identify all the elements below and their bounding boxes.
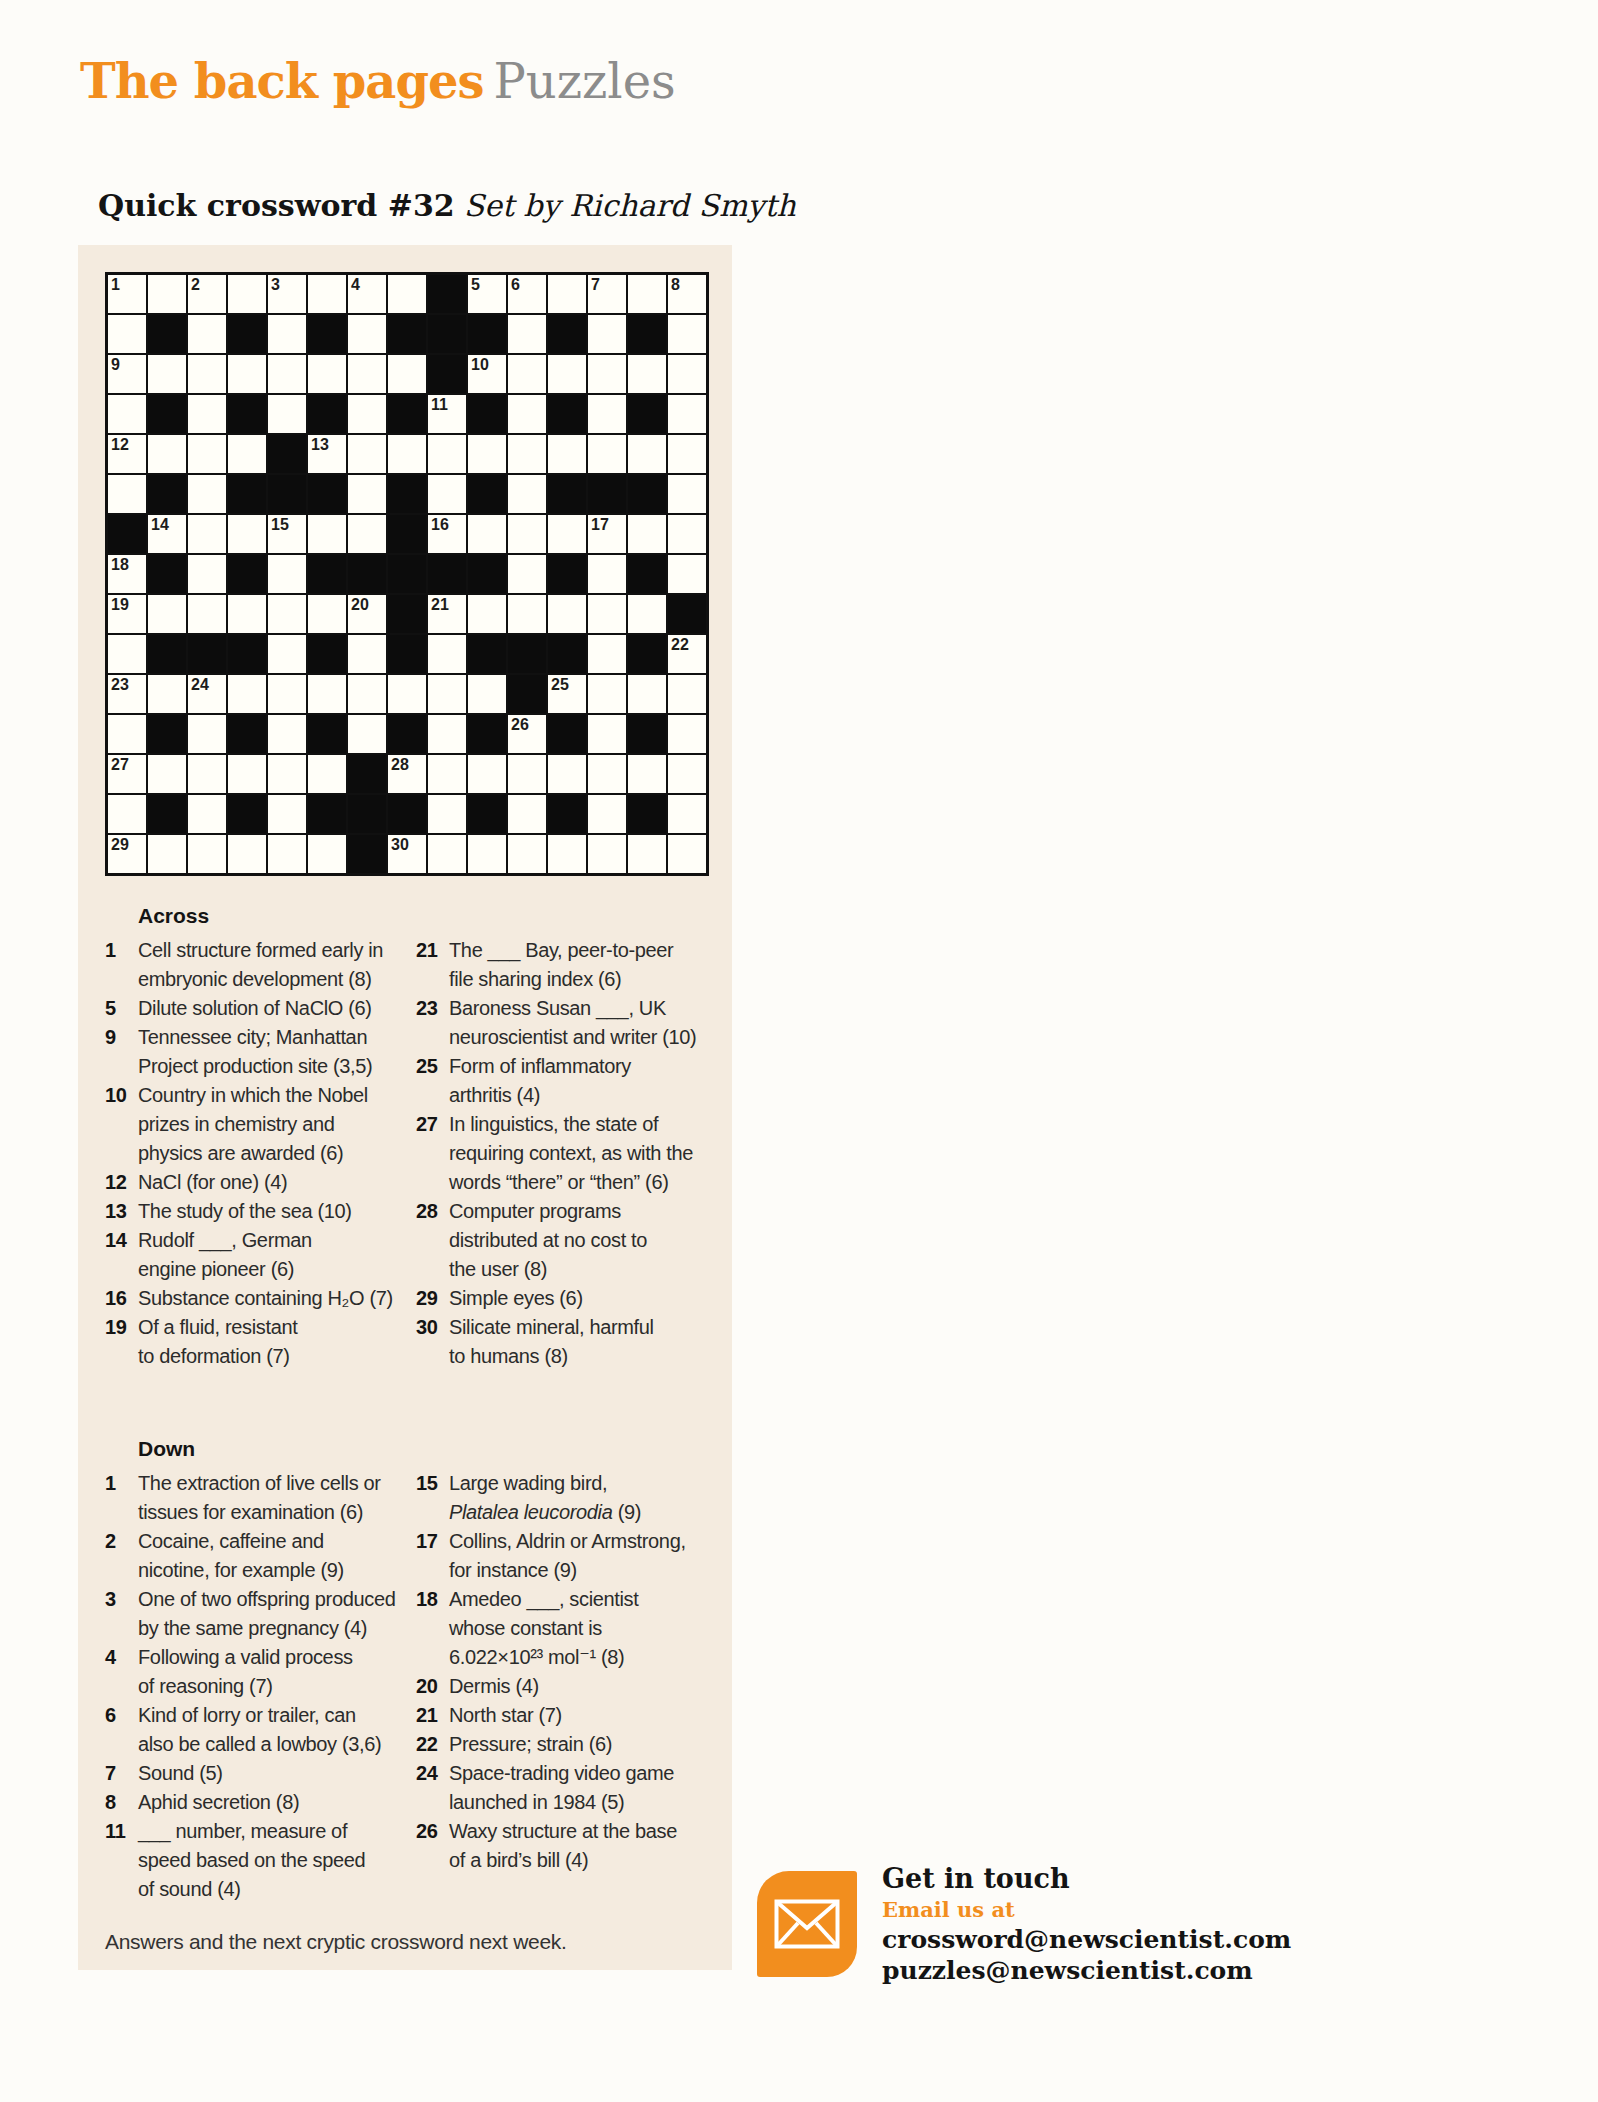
grid-cell[interactable] [548, 355, 586, 393]
grid-cell-black [628, 475, 666, 513]
grid-cell-black [588, 475, 626, 513]
cell-number: 19 [111, 595, 129, 614]
grid-cell[interactable]: 25 [548, 675, 586, 713]
down-header: Down [138, 1436, 195, 1461]
grid-cell[interactable]: 10 [468, 355, 506, 393]
clue-number: 2 [105, 1527, 138, 1556]
grid-cell[interactable]: 11 [428, 395, 466, 433]
grid-cell[interactable] [268, 315, 306, 353]
clue-number: 19 [105, 1313, 138, 1342]
grid-cell[interactable] [348, 435, 386, 473]
grid-cell[interactable] [628, 835, 666, 873]
grid-cell-black [148, 795, 186, 833]
grid-cell-black [428, 315, 466, 353]
grid-cell[interactable]: 14 [148, 515, 186, 553]
clue-number: 14 [105, 1226, 138, 1255]
cell-number: 29 [111, 835, 129, 854]
clue-number: 29 [416, 1284, 449, 1313]
grid-cell[interactable] [228, 275, 266, 313]
grid-cell[interactable] [308, 515, 346, 553]
grid-cell[interactable] [508, 595, 546, 633]
grid-cell[interactable] [308, 275, 346, 313]
cell-number: 23 [111, 675, 129, 694]
clue-number: 12 [105, 1168, 138, 1197]
grid-cell[interactable] [108, 315, 146, 353]
grid-cell[interactable] [188, 835, 226, 873]
grid-cell[interactable] [348, 475, 386, 513]
clue-text: Kind of lorry or trailer, can also be ca… [138, 1701, 423, 1759]
contact-email-crossword[interactable]: crossword@newscientist.com [882, 1924, 1291, 1955]
grid-cell[interactable] [348, 715, 386, 753]
grid-cell[interactable]: 30 [388, 835, 426, 873]
grid-cell[interactable]: 4 [348, 275, 386, 313]
clue-number: 21 [416, 936, 449, 965]
grid-cell[interactable] [388, 355, 426, 393]
clue-number: 6 [105, 1701, 138, 1730]
across-clue-16: 16Substance containing H₂O (7) [105, 1284, 423, 1313]
grid-cell-black [228, 395, 266, 433]
grid-cell[interactable] [668, 435, 706, 473]
grid-cell[interactable] [508, 515, 546, 553]
clue-number: 8 [105, 1788, 138, 1817]
clue-text: Waxy structure at the base of a bird’s b… [449, 1817, 734, 1875]
grid-cell-black [628, 715, 666, 753]
cell-number: 18 [111, 555, 129, 574]
grid-cell[interactable] [308, 675, 346, 713]
grid-cell[interactable]: 5 [468, 275, 506, 313]
clue-text: NaCl (for one) (4) [138, 1168, 423, 1197]
grid-cell[interactable] [268, 715, 306, 753]
cell-number: 22 [671, 635, 689, 654]
grid-cell[interactable]: 1 [108, 275, 146, 313]
grid-cell[interactable] [228, 755, 266, 793]
grid-cell-black [308, 795, 346, 833]
grid-cell[interactable] [588, 355, 626, 393]
clue-number: 1 [105, 936, 138, 965]
grid-cell[interactable] [268, 555, 306, 593]
grid-cell[interactable] [588, 435, 626, 473]
clue-text: Amedeo ___, scientist whose constant is … [449, 1585, 734, 1672]
grid-cell[interactable] [468, 755, 506, 793]
clue-text: Dermis (4) [449, 1672, 734, 1701]
clue-number: 7 [105, 1759, 138, 1788]
grid-cell[interactable] [268, 395, 306, 433]
grid-cell[interactable] [468, 515, 506, 553]
cell-number: 17 [591, 515, 609, 534]
grid-cell[interactable] [628, 755, 666, 793]
clue-text: Sound (5) [138, 1759, 423, 1788]
grid-cell[interactable] [668, 715, 706, 753]
grid-cell[interactable] [148, 275, 186, 313]
across-clue-23: 23Baroness Susan ___, UK neuroscientist … [416, 994, 734, 1052]
grid-cell[interactable]: 17 [588, 515, 626, 553]
grid-cell[interactable] [348, 355, 386, 393]
grid-cell-black [388, 715, 426, 753]
grid-cell[interactable] [508, 315, 546, 353]
grid-cell[interactable] [668, 475, 706, 513]
grid-cell-black [428, 275, 466, 313]
grid-cell[interactable] [108, 395, 146, 433]
clue-number: 4 [105, 1643, 138, 1672]
grid-cell[interactable] [668, 675, 706, 713]
across-clue-12: 12NaCl (for one) (4) [105, 1168, 423, 1197]
across-clue-27: 27In linguistics, the state of requiring… [416, 1110, 734, 1197]
grid-cell-black [548, 795, 586, 833]
cell-number: 30 [391, 835, 409, 854]
grid-cell-black [268, 435, 306, 473]
grid-cell[interactable] [268, 355, 306, 393]
puzzle-setter: Set by Richard Smyth [464, 188, 796, 223]
puzzle-titlebar: Quick crossword #32Set by Richard Smyth [98, 186, 796, 226]
grid-cell-black [388, 315, 426, 353]
grid-cell[interactable]: 13 [308, 435, 346, 473]
contact-email-puzzles[interactable]: puzzles@newscientist.com [882, 1955, 1291, 1986]
cell-number: 3 [271, 275, 280, 294]
grid-cell[interactable] [428, 475, 466, 513]
grid-cell[interactable] [388, 275, 426, 313]
grid-cell-black [388, 795, 426, 833]
down-clue-8: 8Aphid secretion (8) [105, 1788, 423, 1817]
grid-cell[interactable] [348, 515, 386, 553]
clue-number: 22 [416, 1730, 449, 1759]
down-clue-7: 7Sound (5) [105, 1759, 423, 1788]
grid-cell[interactable] [628, 275, 666, 313]
grid-cell[interactable] [468, 595, 506, 633]
grid-cell[interactable] [148, 835, 186, 873]
grid-cell-black [468, 635, 506, 673]
cell-number: 10 [471, 355, 489, 374]
grid-cell[interactable] [668, 355, 706, 393]
grid-cell[interactable] [228, 355, 266, 393]
clue-number: 5 [105, 994, 138, 1023]
grid-cell[interactable] [108, 795, 146, 833]
grid-cell[interactable] [188, 755, 226, 793]
grid-cell[interactable] [628, 595, 666, 633]
contact-subheader: Email us at [882, 1896, 1291, 1924]
grid-cell[interactable] [508, 555, 546, 593]
grid-cell[interactable] [148, 595, 186, 633]
grid-cell[interactable] [588, 755, 626, 793]
grid-cell[interactable] [588, 835, 626, 873]
clue-number: 13 [105, 1197, 138, 1226]
grid-cell[interactable]: 3 [268, 275, 306, 313]
clue-text: Cell structure formed early in embryonic… [138, 936, 423, 994]
grid-cell[interactable] [388, 675, 426, 713]
across-clue-29: 29Simple eyes (6) [416, 1284, 734, 1313]
grid-cell[interactable] [308, 595, 346, 633]
grid-cell[interactable]: 18 [108, 555, 146, 593]
grid-cell[interactable] [148, 355, 186, 393]
grid-cell-black [468, 475, 506, 513]
grid-cell-black [388, 555, 426, 593]
down-clue-18: 18Amedeo ___, scientist whose constant i… [416, 1585, 734, 1672]
grid-cell[interactable]: 8 [668, 275, 706, 313]
grid-cell[interactable] [188, 475, 226, 513]
grid-cell[interactable] [348, 315, 386, 353]
grid-cell[interactable]: 23 [108, 675, 146, 713]
grid-cell[interactable] [508, 795, 546, 833]
clue-number: 17 [416, 1527, 449, 1556]
clue-text: Computer programs distributed at no cost… [449, 1197, 734, 1284]
clue-text: Silicate mineral, harmful to humans (8) [449, 1313, 734, 1371]
grid-cell-black [308, 475, 346, 513]
grid-cell[interactable] [108, 475, 146, 513]
grid-cell[interactable]: 21 [428, 595, 466, 633]
grid-cell[interactable] [548, 595, 586, 633]
grid-cell[interactable] [628, 675, 666, 713]
grid-cell[interactable] [188, 515, 226, 553]
grid-cell[interactable] [588, 395, 626, 433]
grid-cell[interactable]: 6 [508, 275, 546, 313]
clue-text: In linguistics, the state of requiring c… [449, 1110, 734, 1197]
grid-cell[interactable]: 16 [428, 515, 466, 553]
grid-cell-black [428, 355, 466, 393]
grid-cell-black [548, 395, 586, 433]
grid-cell[interactable] [188, 355, 226, 393]
grid-cell[interactable]: 2 [188, 275, 226, 313]
clue-text: North star (7) [449, 1701, 734, 1730]
grid-cell[interactable] [348, 635, 386, 673]
grid-cell[interactable] [268, 675, 306, 713]
grid-cell[interactable] [268, 835, 306, 873]
cell-number: 16 [431, 515, 449, 534]
grid-cell[interactable] [468, 835, 506, 873]
grid-cell[interactable] [108, 715, 146, 753]
grid-cell-black [628, 395, 666, 433]
grid-cell[interactable] [268, 595, 306, 633]
across-clue-13: 13The study of the sea (10) [105, 1197, 423, 1226]
cell-number: 21 [431, 595, 449, 614]
clue-text: One of two offspring produced by the sam… [138, 1585, 423, 1643]
grid-cell[interactable] [588, 675, 626, 713]
clue-number: 24 [416, 1759, 449, 1788]
cell-number: 9 [111, 355, 120, 374]
grid-cell[interactable] [228, 435, 266, 473]
grid-cell[interactable] [508, 395, 546, 433]
grid-cell[interactable] [508, 835, 546, 873]
grid-cell-black [228, 715, 266, 753]
grid-cell[interactable] [588, 555, 626, 593]
clue-text: Substance containing H₂O (7) [138, 1284, 423, 1313]
clue-number: 20 [416, 1672, 449, 1701]
grid-cell[interactable]: 27 [108, 755, 146, 793]
grid-cell[interactable]: 15 [268, 515, 306, 553]
grid-cell[interactable]: 29 [108, 835, 146, 873]
grid-cell[interactable] [508, 755, 546, 793]
grid-cell[interactable] [308, 355, 346, 393]
grid-cell-black [228, 795, 266, 833]
grid-cell[interactable] [188, 555, 226, 593]
grid-cell[interactable] [628, 515, 666, 553]
across-clue-5: 5Dilute solution of NaClO (6) [105, 994, 423, 1023]
grid-cell[interactable] [268, 795, 306, 833]
grid-cell-black [388, 395, 426, 433]
down-clue-11: 11___ number, measure of speed based on … [105, 1817, 423, 1904]
grid-cell[interactable] [188, 595, 226, 633]
grid-cell[interactable] [468, 435, 506, 473]
clue-text: Pressure; strain (6) [449, 1730, 734, 1759]
grid-cell[interactable] [668, 515, 706, 553]
grid-cell-black [388, 475, 426, 513]
grid-cell[interactable] [148, 755, 186, 793]
grid-cell-black [468, 395, 506, 433]
grid-cell[interactable] [348, 395, 386, 433]
grid-cell[interactable] [588, 595, 626, 633]
grid-cell-black [148, 475, 186, 513]
grid-cell[interactable] [508, 435, 546, 473]
grid-cell[interactable] [148, 675, 186, 713]
across-clue-19: 19Of a fluid, resistant to deformation (… [105, 1313, 423, 1371]
grid-cell[interactable] [188, 715, 226, 753]
grid-cell[interactable] [548, 755, 586, 793]
masthead-title: The back pages [80, 53, 484, 109]
grid-cell[interactable]: 9 [108, 355, 146, 393]
grid-cell-black [228, 475, 266, 513]
grid-cell[interactable] [188, 435, 226, 473]
grid-cell[interactable] [668, 315, 706, 353]
across-header: Across [138, 903, 209, 928]
grid-cell[interactable] [308, 755, 346, 793]
grid-cell[interactable] [388, 435, 426, 473]
grid-cell[interactable] [148, 435, 186, 473]
grid-cell-black [668, 595, 706, 633]
down-clue-17: 17Collins, Aldrin or Armstrong, for inst… [416, 1527, 734, 1585]
grid-cell[interactable] [188, 395, 226, 433]
clue-text: Country in which the Nobel prizes in che… [138, 1081, 423, 1168]
grid-cell-black [308, 635, 346, 673]
grid-cell-black [308, 715, 346, 753]
grid-cell[interactable] [508, 355, 546, 393]
clue-text: Tennessee city; Manhattan Project produc… [138, 1023, 423, 1081]
cell-number: 24 [191, 675, 209, 694]
clue-text: Collins, Aldrin or Armstrong, for instan… [449, 1527, 734, 1585]
grid-cell[interactable] [668, 755, 706, 793]
grid-cell[interactable] [268, 755, 306, 793]
grid-cell[interactable]: 20 [348, 595, 386, 633]
grid-cell[interactable]: 19 [108, 595, 146, 633]
grid-cell[interactable] [108, 635, 146, 673]
grid-cell[interactable] [548, 835, 586, 873]
grid-cell[interactable] [468, 675, 506, 713]
grid-cell[interactable] [348, 675, 386, 713]
cell-number: 1 [111, 275, 120, 294]
clue-number: 26 [416, 1817, 449, 1846]
grid-cell-black [188, 635, 226, 673]
grid-cell-black [548, 315, 586, 353]
grid-cell[interactable] [428, 795, 466, 833]
grid-cell[interactable] [188, 795, 226, 833]
grid-cell[interactable] [588, 635, 626, 673]
grid-cell[interactable]: 24 [188, 675, 226, 713]
grid-cell[interactable] [428, 715, 466, 753]
grid-cell-black [548, 715, 586, 753]
across-clue-14: 14Rudolf ___, German engine pioneer (6) [105, 1226, 423, 1284]
cell-number: 8 [671, 275, 680, 294]
grid-cell[interactable] [428, 435, 466, 473]
cell-number: 6 [511, 275, 520, 294]
grid-cell-black [468, 715, 506, 753]
contact-header: Get in touch [882, 1862, 1291, 1896]
across-clue-10: 10Country in which the Nobel prizes in c… [105, 1081, 423, 1168]
across-clue-30: 30Silicate mineral, harmful to humans (8… [416, 1313, 734, 1371]
grid-cell[interactable]: 26 [508, 715, 546, 753]
grid-cell[interactable] [508, 475, 546, 513]
grid-cell[interactable] [588, 715, 626, 753]
down-clue-21: 21North star (7) [416, 1701, 734, 1730]
grid-cell-black [228, 315, 266, 353]
clue-number: 27 [416, 1110, 449, 1139]
grid-cell-black [348, 835, 386, 873]
grid-cell-black [148, 315, 186, 353]
grid-cell[interactable] [668, 835, 706, 873]
cell-number: 12 [111, 435, 129, 454]
cell-number: 14 [151, 515, 169, 534]
grid-cell[interactable] [428, 835, 466, 873]
grid-cell-black [508, 635, 546, 673]
grid-cell[interactable]: 22 [668, 635, 706, 673]
grid-cell[interactable] [228, 835, 266, 873]
down-clue-2: 2Cocaine, caffeine and nicotine, for exa… [105, 1527, 423, 1585]
across-clue-21: 21The ___ Bay, peer-to-peer file sharing… [416, 936, 734, 994]
grid-cell-black [308, 315, 346, 353]
grid-cell[interactable] [668, 795, 706, 833]
grid-cell[interactable] [548, 275, 586, 313]
envelope-icon [757, 1871, 857, 1977]
grid-cell[interactable] [628, 355, 666, 393]
grid-cell[interactable] [428, 675, 466, 713]
grid-cell[interactable] [188, 315, 226, 353]
grid-cell[interactable] [228, 515, 266, 553]
grid-cell[interactable]: 7 [588, 275, 626, 313]
cell-number: 27 [111, 755, 129, 774]
grid-cell[interactable] [548, 435, 586, 473]
down-clues-col1: 1The extraction of live cells or tissues… [105, 1469, 423, 1904]
grid-cell[interactable]: 12 [108, 435, 146, 473]
clue-text: Cocaine, caffeine and nicotine, for exam… [138, 1527, 423, 1585]
grid-cell[interactable] [428, 635, 466, 673]
grid-cell[interactable] [588, 315, 626, 353]
grid-cell-black [468, 795, 506, 833]
grid-cell[interactable] [588, 795, 626, 833]
contact-block: Get in touch Email us at crossword@newsc… [882, 1862, 1291, 1986]
grid-cell[interactable]: 28 [388, 755, 426, 793]
puzzle-title: Quick crossword #32 [98, 188, 455, 223]
grid-cell-black [228, 555, 266, 593]
grid-cell[interactable] [228, 595, 266, 633]
grid-cell-black [308, 395, 346, 433]
cell-number: 28 [391, 755, 409, 774]
grid-cell-black [228, 635, 266, 673]
grid-cell[interactable] [628, 435, 666, 473]
cell-number: 4 [351, 275, 360, 294]
grid-cell[interactable] [548, 515, 586, 553]
grid-cell[interactable] [308, 835, 346, 873]
grid-cell[interactable] [228, 675, 266, 713]
clue-number: 18 [416, 1585, 449, 1614]
clue-number: 25 [416, 1052, 449, 1081]
clue-number: 21 [416, 1701, 449, 1730]
grid-cell[interactable] [428, 755, 466, 793]
cell-number: 7 [591, 275, 600, 294]
grid-cell[interactable] [668, 555, 706, 593]
grid-cell[interactable] [268, 635, 306, 673]
grid-cell-black [308, 555, 346, 593]
clue-text: Dilute solution of NaClO (6) [138, 994, 423, 1023]
grid-cell[interactable] [668, 395, 706, 433]
clue-number: 11 [105, 1817, 138, 1846]
clue-number: 3 [105, 1585, 138, 1614]
grid-cell-black [388, 515, 426, 553]
